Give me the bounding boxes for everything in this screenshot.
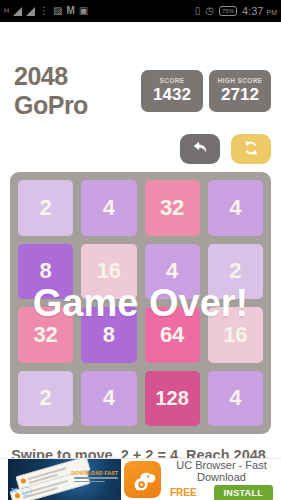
ad-close-icon[interactable]: ✕ — [10, 485, 18, 499]
hspa-indicator-icon: H — [4, 0, 9, 22]
ad-info-icon[interactable]: ⓘ — [21, 485, 31, 499]
score-box: SCORE 1432 — [141, 70, 203, 112]
uc-browser-logo[interactable] — [124, 461, 161, 498]
ad-creative-headline: DOWNLOAD FAST — [71, 470, 118, 476]
battery-icon: 75% — [219, 6, 237, 16]
tile-8: 8 — [18, 244, 73, 300]
tile-16: 16 — [81, 244, 136, 300]
ad-creative-subtext — [74, 477, 118, 484]
gallery-icon: ▨ — [53, 0, 62, 22]
header: 2048 GoPro SCORE 1432 HIGH SCORE 2712 — [14, 62, 271, 120]
tile-2: 2 — [208, 244, 263, 300]
app-title: 2048 GoPro — [14, 62, 141, 120]
tile-2: 2 — [18, 180, 73, 236]
tile-32: 32 — [145, 180, 200, 236]
ad-creative-image[interactable]: DOWNLOAD FAST ✕ ⓘ — [8, 459, 121, 500]
board-grid[interactable]: 24324816423286416241284 Game Over! — [10, 172, 271, 434]
score-label: SCORE — [159, 77, 184, 84]
tile-2: 2 — [18, 371, 73, 427]
controls — [0, 134, 271, 164]
m-app-icon: M — [67, 0, 75, 22]
ad-banner[interactable]: DOWNLOAD FAST ✕ ⓘ UC Browser - Fast Down… — [0, 458, 281, 500]
tile-32: 32 — [18, 307, 73, 363]
ad-app-name: UC Browser - Fast Download — [166, 459, 277, 483]
ad-install-button[interactable]: INSTALL — [214, 485, 273, 500]
signal-icon — [13, 7, 22, 16]
high-score-label: HIGH SCORE — [217, 77, 262, 84]
score-value: 1432 — [153, 85, 191, 105]
menu-dots-icon: ⋮ — [39, 0, 49, 22]
tile-4: 4 — [81, 180, 136, 236]
status-time: 4:37 PM — [242, 5, 277, 17]
tile-4: 4 — [81, 371, 136, 427]
tile-4: 4 — [145, 244, 200, 300]
ad-price: FREE — [170, 487, 197, 498]
photo-frame-icon: ▣ — [79, 0, 88, 22]
status-left-icons: H ⋮ ▨ M ▣ — [4, 0, 88, 22]
sim-card-icon: ▯ — [195, 0, 201, 22]
tile-8: 8 — [81, 307, 136, 363]
status-bar: H ⋮ ▨ M ▣ ▯ ◷ 75% 4:37 PM — [0, 0, 281, 22]
signal-icon — [26, 7, 35, 16]
restart-button[interactable] — [231, 134, 271, 164]
tile-16: 16 — [208, 307, 263, 363]
high-score-value: 2712 — [221, 85, 259, 105]
tile-4: 4 — [208, 371, 263, 427]
alarm-clock-icon: ◷ — [205, 0, 214, 22]
undo-button[interactable] — [180, 134, 220, 164]
undo-icon — [192, 140, 209, 158]
refresh-icon — [243, 140, 259, 159]
high-score-box: HIGH SCORE 2712 — [209, 70, 271, 112]
tile-64: 64 — [145, 307, 200, 363]
tile-128: 128 — [145, 371, 200, 427]
tile-4: 4 — [208, 180, 263, 236]
